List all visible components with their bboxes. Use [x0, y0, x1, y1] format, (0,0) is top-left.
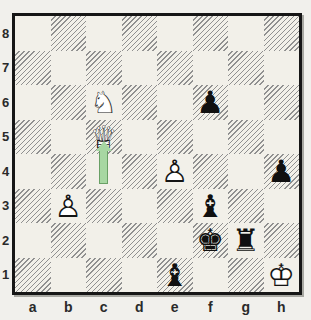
- piece-glyph: ♜: [228, 223, 264, 258]
- piece-glyph: ♟: [193, 85, 229, 120]
- square-d8: [122, 16, 158, 51]
- piece-glyph: ♙: [157, 154, 193, 189]
- square-f2: ♚: [193, 223, 229, 258]
- square-d6: [122, 85, 158, 120]
- square-c6: ♞♘: [86, 85, 122, 120]
- piece-glyph: ♕: [86, 120, 122, 155]
- square-d7: [122, 51, 158, 86]
- square-g1: [228, 258, 264, 293]
- piece-white-pawn-e4: ♟♙: [157, 154, 193, 189]
- square-d4: [122, 154, 158, 189]
- rank-label-3: 3: [0, 189, 11, 224]
- square-e2: [157, 223, 193, 258]
- square-a3: [15, 189, 51, 224]
- square-g8: [228, 16, 264, 51]
- square-a6: [15, 85, 51, 120]
- piece-glyph: ♚: [193, 223, 229, 258]
- rank-label-5: 5: [0, 120, 11, 155]
- square-e7: [157, 51, 193, 86]
- piece-black-bishop-f3: ♝: [193, 189, 229, 224]
- piece-white-knight-c6: ♞♘: [86, 85, 122, 120]
- square-h7: [264, 51, 300, 86]
- chess-board: ♞♘♟♛♕♟♙♟♟♙♝♚♜♝♚♔: [12, 13, 302, 295]
- square-c7: [86, 51, 122, 86]
- square-c5: ♛♕: [86, 120, 122, 155]
- square-g5: [228, 120, 264, 155]
- square-d3: [122, 189, 158, 224]
- piece-glyph: ♝: [193, 189, 229, 224]
- rank-label-7: 7: [0, 51, 11, 86]
- rank-label-4: 4: [0, 154, 11, 189]
- piece-glyph: ♟: [264, 154, 300, 189]
- rank-label-8: 8: [0, 16, 11, 51]
- square-b8: [51, 16, 87, 51]
- square-g2: ♜: [228, 223, 264, 258]
- piece-white-pawn-b3: ♟♙: [51, 189, 87, 224]
- piece-black-rook-g2: ♜: [228, 223, 264, 258]
- square-c1: [86, 258, 122, 293]
- square-e8: [157, 16, 193, 51]
- square-b4: [51, 154, 87, 189]
- square-f8: [193, 16, 229, 51]
- square-g3: [228, 189, 264, 224]
- square-f1: [193, 258, 229, 293]
- square-b6: [51, 85, 87, 120]
- file-label-d: d: [122, 296, 158, 318]
- square-b5: [51, 120, 87, 155]
- square-e3: [157, 189, 193, 224]
- square-d1: [122, 258, 158, 293]
- square-b2: [51, 223, 87, 258]
- square-a1: [15, 258, 51, 293]
- square-g7: [228, 51, 264, 86]
- square-a5: [15, 120, 51, 155]
- square-e6: [157, 85, 193, 120]
- square-e5: [157, 120, 193, 155]
- square-a7: [15, 51, 51, 86]
- square-f7: [193, 51, 229, 86]
- square-h6: [264, 85, 300, 120]
- square-h3: [264, 189, 300, 224]
- piece-black-bishop-e1: ♝: [157, 258, 193, 293]
- square-a8: [15, 16, 51, 51]
- square-a2: [15, 223, 51, 258]
- square-g6: [228, 85, 264, 120]
- square-f3: ♝: [193, 189, 229, 224]
- square-f4: [193, 154, 229, 189]
- rank-label-1: 1: [0, 258, 11, 293]
- file-label-g: g: [228, 296, 264, 318]
- square-d5: [122, 120, 158, 155]
- square-e1: ♝: [157, 258, 193, 293]
- piece-white-king-h1: ♚♔: [264, 258, 300, 293]
- chess-diagram: 87654321 ♞♘♟♛♕♟♙♟♟♙♝♚♜♝♚♔ abcdefgh: [0, 0, 311, 320]
- piece-glyph: ♝: [157, 258, 193, 293]
- square-f5: [193, 120, 229, 155]
- rank-labels: 87654321: [0, 16, 11, 292]
- square-d2: [122, 223, 158, 258]
- square-h2: [264, 223, 300, 258]
- file-label-f: f: [193, 296, 229, 318]
- piece-glyph: ♔: [264, 258, 300, 293]
- file-label-c: c: [86, 296, 122, 318]
- square-b3: ♟♙: [51, 189, 87, 224]
- piece-glyph: ♙: [51, 189, 87, 224]
- square-c2: [86, 223, 122, 258]
- square-h4: ♟: [264, 154, 300, 189]
- square-b1: [51, 258, 87, 293]
- piece-black-king-f2: ♚: [193, 223, 229, 258]
- square-g4: [228, 154, 264, 189]
- square-e4: ♟♙: [157, 154, 193, 189]
- file-label-h: h: [264, 296, 300, 318]
- square-h1: ♚♔: [264, 258, 300, 293]
- rank-label-6: 6: [0, 85, 11, 120]
- square-a4: [15, 154, 51, 189]
- file-labels: abcdefgh: [15, 296, 299, 318]
- square-c4: [86, 154, 122, 189]
- piece-white-queen-c5: ♛♕: [86, 120, 122, 155]
- file-label-e: e: [157, 296, 193, 318]
- rank-label-2: 2: [0, 223, 11, 258]
- square-b7: [51, 51, 87, 86]
- file-label-a: a: [15, 296, 51, 318]
- file-label-b: b: [51, 296, 87, 318]
- piece-glyph: ♘: [86, 85, 122, 120]
- square-f6: ♟: [193, 85, 229, 120]
- square-h5: [264, 120, 300, 155]
- piece-black-pawn-f6: ♟: [193, 85, 229, 120]
- square-c3: [86, 189, 122, 224]
- piece-black-pawn-h4: ♟: [264, 154, 300, 189]
- square-c8: [86, 16, 122, 51]
- square-h8: [264, 16, 300, 51]
